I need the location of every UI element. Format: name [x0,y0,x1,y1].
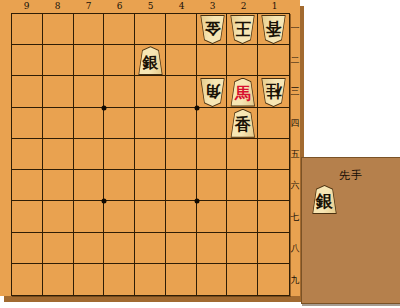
piece-silver[interactable]: 銀 [311,185,338,214]
column-label: 9 [11,0,42,13]
piece-bishop[interactable]: 角 [199,78,226,107]
board-cell[interactable] [104,14,135,45]
board-cell[interactable] [227,264,258,295]
piece-promoted-bishop[interactable]: 馬 [229,78,256,107]
board-cell[interactable] [135,170,166,201]
piece-kanji: 角 [204,82,220,98]
row-label: 九 [290,265,300,296]
piece-knight[interactable]: 桂 [260,78,287,107]
board-cell[interactable] [74,233,105,264]
board-cell[interactable] [43,139,74,170]
piece-kanji: 金 [204,20,220,36]
board-cell[interactable] [227,139,258,170]
column-label: 5 [135,0,166,13]
star-point [102,199,107,204]
board-cell[interactable] [258,264,289,295]
board-cell[interactable] [104,170,135,201]
star-point [194,199,199,204]
board-cell[interactable] [74,170,105,201]
square-1三[interactable]: 桂 [258,76,289,107]
board-cell[interactable] [104,264,135,295]
board-cell[interactable] [43,108,74,139]
board-cell[interactable] [43,14,74,45]
board-cell[interactable] [74,45,105,76]
column-label: 7 [73,0,104,13]
square-1一[interactable]: 香 [258,14,289,45]
board-cell[interactable] [12,76,43,107]
board-cell[interactable] [135,108,166,139]
board-cell[interactable] [197,201,228,232]
piece-kanji: 香 [235,117,251,133]
board-cell[interactable] [12,233,43,264]
piece-lance[interactable]: 香 [260,15,287,44]
board-cell[interactable] [227,170,258,201]
board-cell[interactable] [166,139,197,170]
piece-king[interactable]: 王 [229,15,256,44]
board-cell[interactable] [258,139,289,170]
board-cell[interactable] [258,108,289,139]
board-cell[interactable] [12,139,43,170]
board-cell[interactable] [258,45,289,76]
board-cell[interactable] [12,14,43,45]
board-cell[interactable] [197,45,228,76]
column-label: 4 [166,0,197,13]
board-cell[interactable] [197,170,228,201]
column-labels: 987654321 [11,0,290,13]
board-cell[interactable] [12,264,43,295]
square-5二[interactable]: 銀 [135,45,166,76]
board-cell[interactable] [43,76,74,107]
row-label: 八 [290,233,300,264]
board-cell[interactable] [197,108,228,139]
board-cell[interactable] [166,201,197,232]
board-cell[interactable] [197,233,228,264]
column-label: 2 [228,0,259,13]
row-label: 二 [290,44,300,75]
square-2一[interactable]: 王 [227,14,258,45]
board-cell[interactable] [135,76,166,107]
board-cell[interactable] [166,14,197,45]
board-grid: 金王香銀角馬桂香 [11,13,290,296]
board-cell[interactable] [135,233,166,264]
row-label: 五 [290,139,300,170]
row-labels: 一二三四五六七八九 [290,13,300,296]
square-2三[interactable]: 馬 [227,76,258,107]
sente-hand-panel: 先手 銀 [301,157,400,304]
board-cell[interactable] [74,201,105,232]
hand-piece-silver[interactable]: 銀 [311,185,339,216]
star-point [102,105,107,110]
column-label: 3 [197,0,228,13]
piece-kanji: 銀 [142,55,158,71]
row-label: 一 [290,13,300,44]
board-cell[interactable] [104,45,135,76]
board-cell[interactable] [43,264,74,295]
column-label: 8 [42,0,73,13]
piece-kanji: 桂 [266,82,282,98]
board-cell[interactable] [227,201,258,232]
piece-lance[interactable]: 香 [229,109,256,138]
board-cell[interactable] [12,108,43,139]
piece-kanji: 王 [235,20,251,36]
board-cell[interactable] [197,264,228,295]
shogi-board: 987654321 金王香銀角馬桂香 一二三四五六七八九 [0,0,300,296]
board-cell[interactable] [166,76,197,107]
piece-kanji: 香 [266,20,282,36]
board-cell[interactable] [74,14,105,45]
board-cell[interactable] [227,233,258,264]
square-2四[interactable]: 香 [227,108,258,139]
board-cell[interactable] [104,139,135,170]
board-cell[interactable] [74,108,105,139]
row-label: 六 [290,170,300,201]
board-cell[interactable] [135,14,166,45]
board-cell[interactable] [258,233,289,264]
row-label: 四 [290,107,300,138]
board-cell[interactable] [43,170,74,201]
board-cell[interactable] [12,45,43,76]
board-cell[interactable] [12,201,43,232]
square-3三[interactable]: 角 [197,76,228,107]
board-cell[interactable] [74,139,105,170]
row-label: 七 [290,202,300,233]
board-cell[interactable] [135,139,166,170]
board-cell[interactable] [104,233,135,264]
board-cell[interactable] [43,201,74,232]
board-cell[interactable] [104,76,135,107]
shogi-diagram: 987654321 金王香銀角馬桂香 一二三四五六七八九 先手 銀 [0,0,400,308]
board-cell[interactable] [43,233,74,264]
board-cell[interactable] [258,201,289,232]
board-cell[interactable] [135,264,166,295]
board-cell[interactable] [12,170,43,201]
board-cell[interactable] [104,108,135,139]
sente-hand-label: 先手 [302,168,400,183]
board-cell[interactable] [104,201,135,232]
board-cell[interactable] [166,233,197,264]
column-label: 6 [104,0,135,13]
board-cell[interactable] [227,45,258,76]
board-cell[interactable] [74,264,105,295]
piece-kanji: 銀 [316,193,333,210]
piece-gold[interactable]: 金 [199,15,226,44]
board-cell[interactable] [43,45,74,76]
board-cell[interactable] [166,170,197,201]
board-cell[interactable] [74,76,105,107]
piece-silver[interactable]: 銀 [137,46,164,75]
column-label: 1 [259,0,290,13]
board-cell[interactable] [166,108,197,139]
row-label: 三 [290,76,300,107]
board-cell[interactable] [258,170,289,201]
square-3一[interactable]: 金 [197,14,228,45]
board-cell[interactable] [166,264,197,295]
board-cell[interactable] [197,139,228,170]
piece-kanji: 馬 [235,86,251,102]
board-cell[interactable] [135,201,166,232]
board-cell[interactable] [166,45,197,76]
